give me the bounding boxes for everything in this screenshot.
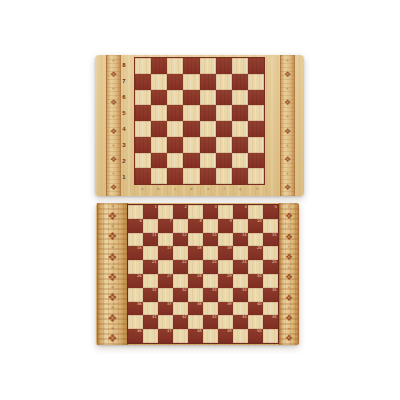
chess-square-g8[interactable] bbox=[232, 58, 248, 74]
draughts-square-11[interactable]: 11 bbox=[143, 233, 158, 247]
diamond-ornament-icon: ❖ bbox=[110, 99, 117, 107]
draughts-square-light[interactable] bbox=[218, 315, 233, 329]
square-number: 20 bbox=[257, 246, 262, 250]
chess-square-b4[interactable] bbox=[151, 121, 167, 137]
draughts-square-43[interactable]: 43 bbox=[203, 315, 218, 329]
draughts-square-light[interactable] bbox=[128, 260, 143, 274]
diamond-ornament-icon: ❖ bbox=[284, 71, 291, 79]
draughts-square-light[interactable] bbox=[158, 288, 173, 302]
square-number: 41 bbox=[152, 315, 157, 319]
draughts-square-light[interactable] bbox=[188, 233, 203, 247]
draughts-square-light[interactable] bbox=[218, 233, 233, 247]
rank-label: 6 bbox=[117, 89, 131, 105]
draughts-square-46[interactable]: 46 bbox=[128, 329, 143, 343]
draughts-square-light[interactable] bbox=[188, 288, 203, 302]
draughts-square-light[interactable] bbox=[263, 219, 278, 233]
diamond-ornament-icon: ❖ bbox=[108, 333, 118, 344]
chess-square-f8[interactable] bbox=[216, 58, 232, 74]
draughts-square-light[interactable] bbox=[263, 274, 278, 288]
square-number: 32 bbox=[182, 288, 187, 292]
file-label: a bbox=[137, 187, 147, 193]
diamond-ornament-icon: ❖ bbox=[285, 233, 293, 242]
square-number: 22 bbox=[182, 260, 187, 264]
draughts-square-42[interactable]: 42 bbox=[173, 315, 188, 329]
dot-ornament-icon: ✳ bbox=[287, 306, 290, 310]
chess-square-g6[interactable] bbox=[232, 90, 248, 106]
page-background: { "game": "Two-sided wooden board set: c… bbox=[0, 0, 400, 400]
draughts-square-light[interactable] bbox=[233, 329, 248, 343]
square-number: 11 bbox=[152, 233, 157, 237]
draughts-square-light[interactable] bbox=[188, 260, 203, 274]
dot-ornament-icon: ✳ bbox=[110, 265, 114, 270]
square-number: 42 bbox=[182, 315, 187, 319]
draughts-square-32[interactable]: 32 bbox=[173, 288, 188, 302]
draughts-square-25[interactable]: 25 bbox=[263, 260, 278, 274]
diamond-ornament-icon: ❖ bbox=[108, 272, 118, 283]
chess-square-f4[interactable] bbox=[216, 121, 232, 137]
chess-square-d2[interactable] bbox=[183, 153, 199, 169]
diamond-ornament-icon: ❖ bbox=[108, 313, 118, 324]
diamond-ornament-icon: ❖ bbox=[108, 231, 118, 242]
square-number: 23 bbox=[212, 260, 217, 264]
chess-square-a7[interactable] bbox=[135, 74, 151, 90]
square-number: 37 bbox=[167, 302, 172, 306]
chess-square-b7[interactable] bbox=[151, 74, 167, 90]
chess-square-b1[interactable] bbox=[151, 168, 167, 184]
square-number: 8 bbox=[200, 219, 202, 223]
diamond-ornament-icon: ❖ bbox=[110, 128, 117, 136]
chess-square-h8[interactable] bbox=[248, 58, 264, 74]
draughts-square-7[interactable]: 7 bbox=[158, 219, 173, 233]
rank-label: 8 bbox=[117, 57, 131, 73]
chess-square-b6[interactable] bbox=[151, 90, 167, 106]
square-number: 38 bbox=[197, 302, 202, 306]
chess-square-f2[interactable] bbox=[216, 153, 232, 169]
draughts-square-light[interactable] bbox=[248, 288, 263, 302]
square-number: 28 bbox=[197, 274, 202, 278]
draughts-grid: 1234567891011121314151617181920212223242… bbox=[127, 204, 279, 344]
rank-label: 2 bbox=[117, 153, 131, 169]
chess-square-c4[interactable] bbox=[167, 121, 183, 137]
draughts-square-light[interactable] bbox=[248, 315, 263, 329]
chess-square-d8[interactable] bbox=[183, 58, 199, 74]
draughts-square-light[interactable] bbox=[263, 329, 278, 343]
chess-square-h1[interactable] bbox=[248, 168, 264, 184]
dot-ornament-icon: ✳ bbox=[112, 172, 115, 176]
chess-square-h7[interactable] bbox=[248, 74, 264, 90]
draughts-square-4[interactable]: 4 bbox=[233, 205, 248, 219]
chess-square-b5[interactable] bbox=[151, 105, 167, 121]
chess-board: ✳❖✳❖✳❖✳❖✳❖ 87654321 abcdefgh ✳❖✳❖✳❖✳❖✳❖ bbox=[95, 55, 304, 196]
square-number: 18 bbox=[197, 246, 202, 250]
draughts-board: ✳❖✳❖✳❖✳❖✳❖✳❖✳❖ 1234567891011121314151617… bbox=[96, 203, 299, 345]
diamond-ornament-icon: ❖ bbox=[108, 252, 118, 263]
chess-square-a1[interactable] bbox=[135, 168, 151, 184]
chess-square-d6[interactable] bbox=[183, 90, 199, 106]
draughts-square-light[interactable] bbox=[218, 205, 233, 219]
draughts-square-18[interactable]: 18 bbox=[188, 246, 203, 260]
chess-square-b3[interactable] bbox=[151, 137, 167, 153]
chess-square-c7[interactable] bbox=[167, 74, 183, 90]
square-number: 39 bbox=[227, 302, 232, 306]
chess-square-g3[interactable] bbox=[232, 137, 248, 153]
square-number: 47 bbox=[167, 329, 172, 333]
chess-square-d3[interactable] bbox=[183, 137, 199, 153]
chess-square-f6[interactable] bbox=[216, 90, 232, 106]
draughts-square-light[interactable] bbox=[233, 246, 248, 260]
draughts-square-37[interactable]: 37 bbox=[158, 302, 173, 316]
draughts-square-30[interactable]: 30 bbox=[248, 274, 263, 288]
draughts-square-47[interactable]: 47 bbox=[158, 329, 173, 343]
square-number: 46 bbox=[137, 329, 142, 333]
draughts-square-14[interactable]: 14 bbox=[233, 233, 248, 247]
square-number: 34 bbox=[242, 288, 247, 292]
square-number: 50 bbox=[257, 329, 262, 333]
draughts-square-light[interactable] bbox=[173, 274, 188, 288]
diamond-ornament-icon: ❖ bbox=[110, 156, 117, 164]
draughts-square-45[interactable]: 45 bbox=[263, 315, 278, 329]
square-number: 17 bbox=[167, 246, 172, 250]
dot-ornament-icon: ✳ bbox=[286, 59, 289, 63]
diamond-ornament-icon: ❖ bbox=[285, 253, 293, 262]
square-number: 25 bbox=[272, 260, 277, 264]
chess-rank-labels: 87654321 bbox=[117, 57, 131, 185]
draughts-square-9[interactable]: 9 bbox=[218, 219, 233, 233]
draughts-square-light[interactable] bbox=[173, 219, 188, 233]
draughts-square-light[interactable] bbox=[188, 315, 203, 329]
dot-ornament-icon: ✳ bbox=[110, 305, 114, 310]
draughts-square-light[interactable] bbox=[203, 274, 218, 288]
square-number: 10 bbox=[257, 219, 262, 223]
diamond-ornament-icon: ❖ bbox=[110, 71, 117, 79]
diamond-ornament-icon: ❖ bbox=[284, 184, 291, 192]
chess-square-a5[interactable] bbox=[135, 105, 151, 121]
draughts-square-20[interactable]: 20 bbox=[248, 246, 263, 260]
square-number: 30 bbox=[257, 274, 262, 278]
square-number: 35 bbox=[272, 288, 277, 292]
draughts-square-27[interactable]: 27 bbox=[158, 274, 173, 288]
file-label: b bbox=[153, 187, 163, 193]
dot-ornament-icon: ✳ bbox=[286, 172, 289, 176]
draughts-square-light[interactable] bbox=[233, 302, 248, 316]
draughts-square-light[interactable] bbox=[128, 233, 143, 247]
chess-square-a6[interactable] bbox=[135, 90, 151, 106]
rank-label: 1 bbox=[117, 169, 131, 185]
square-number: 29 bbox=[227, 274, 232, 278]
rank-label: 4 bbox=[117, 121, 131, 137]
chess-square-e1[interactable] bbox=[200, 168, 216, 184]
chess-square-d7[interactable] bbox=[183, 74, 199, 90]
ornament-band-left: ✳❖✳❖✳❖✳❖✳❖✳❖✳❖ bbox=[97, 203, 128, 345]
draughts-square-light[interactable] bbox=[203, 329, 218, 343]
draughts-square-light[interactable] bbox=[263, 302, 278, 316]
dot-ornament-icon: ✳ bbox=[287, 225, 290, 229]
draughts-square-light[interactable] bbox=[158, 205, 173, 219]
draughts-square-23[interactable]: 23 bbox=[203, 260, 218, 274]
chess-square-e5[interactable] bbox=[200, 105, 216, 121]
dot-ornament-icon: ✳ bbox=[110, 204, 114, 209]
square-number: 12 bbox=[182, 233, 187, 237]
square-number: 24 bbox=[242, 260, 247, 264]
draughts-square-38[interactable]: 38 bbox=[188, 302, 203, 316]
draughts-square-34[interactable]: 34 bbox=[233, 288, 248, 302]
draughts-square-2[interactable]: 2 bbox=[173, 205, 188, 219]
chess-square-c8[interactable] bbox=[167, 58, 183, 74]
draughts-square-16[interactable]: 16 bbox=[128, 246, 143, 260]
dot-ornament-icon: ✳ bbox=[110, 245, 114, 250]
chess-square-d1[interactable] bbox=[183, 168, 199, 184]
draughts-square-15[interactable]: 15 bbox=[263, 233, 278, 247]
chess-square-f5[interactable] bbox=[216, 105, 232, 121]
dot-ornament-icon: ✳ bbox=[110, 326, 114, 331]
chess-square-b2[interactable] bbox=[151, 153, 167, 169]
draughts-square-36[interactable]: 36 bbox=[128, 302, 143, 316]
draughts-square-21[interactable]: 21 bbox=[143, 260, 158, 274]
draughts-square-3[interactable]: 3 bbox=[203, 205, 218, 219]
square-number: 13 bbox=[212, 233, 217, 237]
ornament-band-right: ✳❖✳❖✳❖✳❖✳❖ bbox=[280, 55, 295, 196]
draughts-square-33[interactable]: 33 bbox=[203, 288, 218, 302]
draughts-square-light[interactable] bbox=[173, 246, 188, 260]
dot-ornament-icon: ✳ bbox=[112, 59, 115, 63]
rank-label: 5 bbox=[117, 105, 131, 121]
chess-square-h5[interactable] bbox=[248, 105, 264, 121]
chess-square-g1[interactable] bbox=[232, 168, 248, 184]
rank-label: 7 bbox=[117, 73, 131, 89]
dot-ornament-icon: ✳ bbox=[287, 327, 290, 331]
chess-square-d5[interactable] bbox=[183, 105, 199, 121]
diamond-ornament-icon: ❖ bbox=[285, 212, 293, 221]
draughts-square-29[interactable]: 29 bbox=[218, 274, 233, 288]
chess-square-a8[interactable] bbox=[135, 58, 151, 74]
file-label: d bbox=[186, 187, 196, 193]
draughts-square-light[interactable] bbox=[218, 288, 233, 302]
square-number: 2 bbox=[185, 205, 187, 209]
draughts-square-light[interactable] bbox=[203, 246, 218, 260]
square-number: 48 bbox=[197, 329, 202, 333]
ornament-band-right: ✳❖✳❖✳❖✳❖✳❖✳❖✳❖ bbox=[279, 203, 299, 345]
draughts-square-48[interactable]: 48 bbox=[188, 329, 203, 343]
square-number: 7 bbox=[170, 219, 172, 223]
dot-ornament-icon: ✳ bbox=[110, 285, 114, 290]
draughts-square-light[interactable] bbox=[128, 288, 143, 302]
draughts-square-24[interactable]: 24 bbox=[233, 260, 248, 274]
chess-file-labels: abcdefgh bbox=[134, 185, 265, 194]
draughts-square-light[interactable] bbox=[158, 315, 173, 329]
chess-square-h2[interactable] bbox=[248, 153, 264, 169]
file-label: e bbox=[203, 187, 213, 193]
draughts-square-6[interactable]: 6 bbox=[128, 219, 143, 233]
chess-square-e8[interactable] bbox=[200, 58, 216, 74]
file-label: c bbox=[170, 187, 180, 193]
square-number: 3 bbox=[215, 205, 217, 209]
dot-ornament-icon: ✳ bbox=[287, 286, 290, 290]
square-number: 6 bbox=[140, 219, 142, 223]
diamond-ornament-icon: ❖ bbox=[108, 211, 118, 222]
draughts-square-39[interactable]: 39 bbox=[218, 302, 233, 316]
dot-ornament-icon: ✳ bbox=[287, 205, 290, 209]
draughts-square-light[interactable] bbox=[203, 302, 218, 316]
chess-grid bbox=[134, 57, 265, 185]
square-number: 33 bbox=[212, 288, 217, 292]
chess-square-a2[interactable] bbox=[135, 153, 151, 169]
draughts-square-light[interactable] bbox=[173, 302, 188, 316]
file-label: h bbox=[252, 187, 262, 193]
dot-ornament-icon: ✳ bbox=[287, 266, 290, 270]
chess-square-a4[interactable] bbox=[135, 121, 151, 137]
draughts-square-44[interactable]: 44 bbox=[233, 315, 248, 329]
chess-square-d4[interactable] bbox=[183, 121, 199, 137]
chess-square-c1[interactable] bbox=[167, 168, 183, 184]
draughts-square-50[interactable]: 50 bbox=[248, 329, 263, 343]
draughts-square-light[interactable] bbox=[173, 329, 188, 343]
diamond-ornament-icon: ❖ bbox=[285, 294, 293, 303]
square-number: 31 bbox=[152, 288, 157, 292]
square-number: 21 bbox=[152, 260, 157, 264]
chess-square-g2[interactable] bbox=[232, 153, 248, 169]
draughts-square-light[interactable] bbox=[203, 219, 218, 233]
chess-square-e4[interactable] bbox=[200, 121, 216, 137]
draughts-square-light[interactable] bbox=[158, 260, 173, 274]
file-label: f bbox=[219, 187, 229, 193]
diamond-ornament-icon: ❖ bbox=[285, 273, 293, 282]
chess-square-e6[interactable] bbox=[200, 90, 216, 106]
draughts-square-8[interactable]: 8 bbox=[188, 219, 203, 233]
diamond-ornament-icon: ❖ bbox=[284, 156, 291, 164]
draughts-square-light[interactable] bbox=[248, 233, 263, 247]
square-number: 14 bbox=[242, 233, 247, 237]
chess-square-e2[interactable] bbox=[200, 153, 216, 169]
draughts-square-light[interactable] bbox=[143, 219, 158, 233]
dot-ornament-icon: ✳ bbox=[112, 115, 115, 119]
chess-square-b8[interactable] bbox=[151, 58, 167, 74]
draughts-square-light[interactable] bbox=[128, 315, 143, 329]
draughts-square-13[interactable]: 13 bbox=[203, 233, 218, 247]
square-number: 40 bbox=[257, 302, 262, 306]
square-number: 1 bbox=[155, 205, 157, 209]
draughts-square-light[interactable] bbox=[218, 260, 233, 274]
square-number: 26 bbox=[137, 274, 142, 278]
diamond-ornament-icon: ❖ bbox=[108, 292, 118, 303]
chess-square-c3[interactable] bbox=[167, 137, 183, 153]
draughts-square-light[interactable] bbox=[233, 274, 248, 288]
draughts-square-light[interactable] bbox=[233, 219, 248, 233]
draughts-square-light[interactable] bbox=[143, 302, 158, 316]
diamond-ornament-icon: ❖ bbox=[285, 314, 293, 323]
diamond-ornament-icon: ❖ bbox=[285, 334, 293, 343]
draughts-square-41[interactable]: 41 bbox=[143, 315, 158, 329]
draughts-square-31[interactable]: 31 bbox=[143, 288, 158, 302]
draughts-square-5[interactable]: 5 bbox=[263, 205, 278, 219]
chess-square-e3[interactable] bbox=[200, 137, 216, 153]
draughts-square-22[interactable]: 22 bbox=[173, 260, 188, 274]
draughts-square-light[interactable] bbox=[143, 274, 158, 288]
draughts-square-light[interactable] bbox=[128, 205, 143, 219]
file-label: g bbox=[235, 187, 245, 193]
draughts-square-12[interactable]: 12 bbox=[173, 233, 188, 247]
dot-ornament-icon: ✳ bbox=[112, 144, 115, 148]
chess-square-f3[interactable] bbox=[216, 137, 232, 153]
draughts-square-light[interactable] bbox=[143, 246, 158, 260]
chess-square-g7[interactable] bbox=[232, 74, 248, 90]
draughts-square-19[interactable]: 19 bbox=[218, 246, 233, 260]
draughts-square-light[interactable] bbox=[143, 329, 158, 343]
square-number: 4 bbox=[245, 205, 247, 209]
chess-square-h3[interactable] bbox=[248, 137, 264, 153]
dot-ornament-icon: ✳ bbox=[286, 144, 289, 148]
dot-ornament-icon: ✳ bbox=[112, 87, 115, 91]
draughts-square-1[interactable]: 1 bbox=[143, 205, 158, 219]
square-number: 9 bbox=[230, 219, 232, 223]
square-number: 45 bbox=[272, 315, 277, 319]
square-number: 15 bbox=[272, 233, 277, 237]
dot-ornament-icon: ✳ bbox=[286, 115, 289, 119]
square-number: 49 bbox=[227, 329, 232, 333]
dot-ornament-icon: ✳ bbox=[287, 245, 290, 249]
chess-square-g4[interactable] bbox=[232, 121, 248, 137]
chess-square-a3[interactable] bbox=[135, 137, 151, 153]
draughts-square-light[interactable] bbox=[263, 246, 278, 260]
rank-label: 3 bbox=[117, 137, 131, 153]
diamond-ornament-icon: ❖ bbox=[284, 128, 291, 136]
dot-ornament-icon: ✳ bbox=[286, 87, 289, 91]
draughts-square-28[interactable]: 28 bbox=[188, 274, 203, 288]
draughts-square-light[interactable] bbox=[188, 205, 203, 219]
chess-square-f1[interactable] bbox=[216, 168, 232, 184]
square-number: 36 bbox=[137, 302, 142, 306]
chess-square-h4[interactable] bbox=[248, 121, 264, 137]
draughts-square-10[interactable]: 10 bbox=[248, 219, 263, 233]
chess-square-c2[interactable] bbox=[167, 153, 183, 169]
draughts-square-light[interactable] bbox=[248, 260, 263, 274]
draughts-square-26[interactable]: 26 bbox=[128, 274, 143, 288]
chess-square-g5[interactable] bbox=[232, 105, 248, 121]
square-number: 44 bbox=[242, 315, 247, 319]
chess-square-f7[interactable] bbox=[216, 74, 232, 90]
square-number: 19 bbox=[227, 246, 232, 250]
draughts-square-35[interactable]: 35 bbox=[263, 288, 278, 302]
diamond-ornament-icon: ❖ bbox=[284, 99, 291, 107]
chess-square-e7[interactable] bbox=[200, 74, 216, 90]
draughts-square-light[interactable] bbox=[158, 233, 173, 247]
square-number: 5 bbox=[275, 205, 277, 209]
square-number: 16 bbox=[137, 246, 142, 250]
dot-ornament-icon: ✳ bbox=[110, 224, 114, 229]
draughts-square-40[interactable]: 40 bbox=[248, 302, 263, 316]
square-number: 43 bbox=[212, 315, 217, 319]
draughts-square-49[interactable]: 49 bbox=[218, 329, 233, 343]
draughts-square-17[interactable]: 17 bbox=[158, 246, 173, 260]
chess-square-h6[interactable] bbox=[248, 90, 264, 106]
square-number: 27 bbox=[167, 274, 172, 278]
chess-square-c6[interactable] bbox=[167, 90, 183, 106]
chess-square-c5[interactable] bbox=[167, 105, 183, 121]
draughts-square-light[interactable] bbox=[248, 205, 263, 219]
diamond-ornament-icon: ❖ bbox=[110, 184, 117, 192]
